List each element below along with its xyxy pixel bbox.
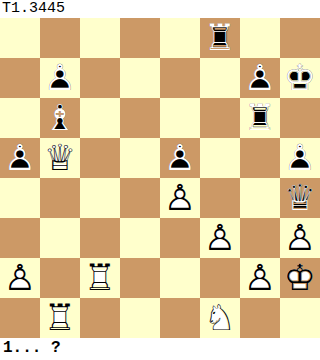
move-prompt: 1... ? xyxy=(0,338,320,360)
square-f7[interactable] xyxy=(200,58,240,98)
square-f6[interactable] xyxy=(200,98,240,138)
square-d2[interactable] xyxy=(120,258,160,298)
square-d7[interactable] xyxy=(120,58,160,98)
square-h4[interactable]: ♛♕ xyxy=(280,178,320,218)
square-h7[interactable]: ♚♔ xyxy=(280,58,320,98)
square-e4[interactable]: ♟♙ xyxy=(160,178,200,218)
square-g3[interactable] xyxy=(240,218,280,258)
square-h6[interactable] xyxy=(280,98,320,138)
square-c6[interactable] xyxy=(80,98,120,138)
square-e5[interactable]: ♟♙ xyxy=(160,138,200,178)
square-g6[interactable]: ♜♖ xyxy=(240,98,280,138)
white-knight-piece: ♞♘ xyxy=(200,298,240,338)
square-d8[interactable] xyxy=(120,18,160,58)
square-a5[interactable]: ♟♙ xyxy=(0,138,40,178)
square-e2[interactable] xyxy=(160,258,200,298)
square-a2[interactable]: ♟♙ xyxy=(0,258,40,298)
square-b7[interactable]: ♟♙ xyxy=(40,58,80,98)
square-e1[interactable] xyxy=(160,298,200,338)
square-h2[interactable]: ♚♔ xyxy=(280,258,320,298)
square-b8[interactable] xyxy=(40,18,80,58)
square-h1[interactable] xyxy=(280,298,320,338)
white-pawn-piece: ♟♙ xyxy=(280,218,320,258)
square-g8[interactable] xyxy=(240,18,280,58)
square-h8[interactable] xyxy=(280,18,320,58)
square-d4[interactable] xyxy=(120,178,160,218)
square-e8[interactable] xyxy=(160,18,200,58)
square-a3[interactable] xyxy=(0,218,40,258)
chess-board: ♜♖♟♙♟♙♚♔♝♗♜♖♟♙♛♕♟♙♟♙♟♙♛♕♟♙♟♙♟♙♜♖♟♙♚♔♜♖♞♘ xyxy=(0,18,320,338)
white-queen-piece: ♛♕ xyxy=(40,138,80,178)
square-a4[interactable] xyxy=(0,178,40,218)
square-a8[interactable] xyxy=(0,18,40,58)
square-e3[interactable] xyxy=(160,218,200,258)
square-b1[interactable]: ♜♖ xyxy=(40,298,80,338)
white-rook-piece: ♜♖ xyxy=(80,258,120,298)
white-king-piece: ♚♔ xyxy=(280,258,320,298)
square-g2[interactable]: ♟♙ xyxy=(240,258,280,298)
square-g5[interactable] xyxy=(240,138,280,178)
square-c8[interactable] xyxy=(80,18,120,58)
black-pawn-piece: ♟♙ xyxy=(0,138,40,178)
white-pawn-piece: ♟♙ xyxy=(240,258,280,298)
square-h3[interactable]: ♟♙ xyxy=(280,218,320,258)
square-c1[interactable] xyxy=(80,298,120,338)
square-b3[interactable] xyxy=(40,218,80,258)
black-bishop-piece: ♝♗ xyxy=(40,98,80,138)
black-pawn-piece: ♟♙ xyxy=(40,58,80,98)
chess-puzzle-page: T1.3445 ♜♖♟♙♟♙♚♔♝♗♜♖♟♙♛♕♟♙♟♙♟♙♛♕♟♙♟♙♟♙♜♖… xyxy=(0,0,320,360)
black-rook-piece: ♜♖ xyxy=(200,18,240,58)
square-g7[interactable]: ♟♙ xyxy=(240,58,280,98)
square-b4[interactable] xyxy=(40,178,80,218)
black-pawn-piece: ♟♙ xyxy=(160,138,200,178)
puzzle-id: T1.3445 xyxy=(0,0,320,18)
square-f1[interactable]: ♞♘ xyxy=(200,298,240,338)
white-rook-piece: ♜♖ xyxy=(40,298,80,338)
square-d3[interactable] xyxy=(120,218,160,258)
square-b5[interactable]: ♛♕ xyxy=(40,138,80,178)
square-d1[interactable] xyxy=(120,298,160,338)
square-c7[interactable] xyxy=(80,58,120,98)
black-queen-piece: ♛♕ xyxy=(280,178,320,218)
square-b2[interactable] xyxy=(40,258,80,298)
square-a6[interactable] xyxy=(0,98,40,138)
square-c2[interactable]: ♜♖ xyxy=(80,258,120,298)
square-f2[interactable] xyxy=(200,258,240,298)
black-king-piece: ♚♔ xyxy=(280,58,320,98)
black-pawn-piece: ♟♙ xyxy=(280,138,320,178)
white-pawn-piece: ♟♙ xyxy=(0,258,40,298)
square-d6[interactable] xyxy=(120,98,160,138)
square-g1[interactable] xyxy=(240,298,280,338)
square-f5[interactable] xyxy=(200,138,240,178)
square-e6[interactable] xyxy=(160,98,200,138)
square-c3[interactable] xyxy=(80,218,120,258)
square-b6[interactable]: ♝♗ xyxy=(40,98,80,138)
square-a7[interactable] xyxy=(0,58,40,98)
square-f8[interactable]: ♜♖ xyxy=(200,18,240,58)
square-h5[interactable]: ♟♙ xyxy=(280,138,320,178)
square-f4[interactable] xyxy=(200,178,240,218)
square-f3[interactable]: ♟♙ xyxy=(200,218,240,258)
square-g4[interactable] xyxy=(240,178,280,218)
square-c5[interactable] xyxy=(80,138,120,178)
white-pawn-piece: ♟♙ xyxy=(200,218,240,258)
square-e7[interactable] xyxy=(160,58,200,98)
square-d5[interactable] xyxy=(120,138,160,178)
black-pawn-piece: ♟♙ xyxy=(240,58,280,98)
square-a1[interactable] xyxy=(0,298,40,338)
square-c4[interactable] xyxy=(80,178,120,218)
white-pawn-piece: ♟♙ xyxy=(160,178,200,218)
black-rook-piece: ♜♖ xyxy=(240,98,280,138)
